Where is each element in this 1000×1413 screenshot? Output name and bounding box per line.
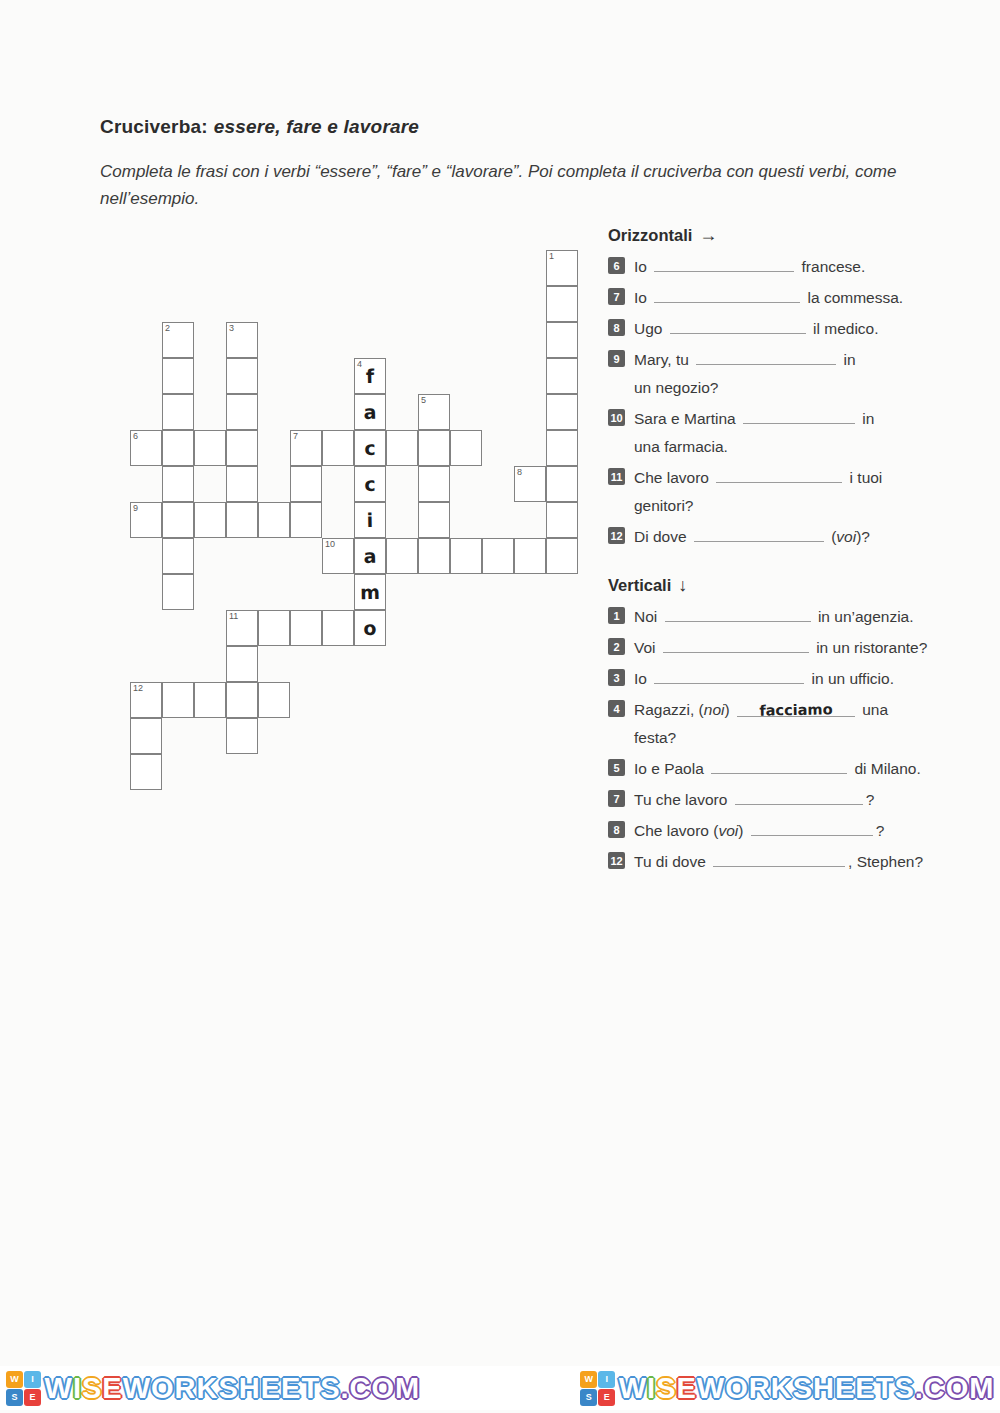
grid-cell[interactable] (450, 430, 482, 466)
grid-cell[interactable] (322, 610, 354, 646)
grid-cell[interactable] (194, 682, 226, 718)
banner-letter: W (618, 1368, 646, 1408)
clue-line-continuation: un negozio? (634, 374, 968, 402)
cell-number: 10 (325, 540, 335, 549)
grid-cell[interactable] (418, 538, 450, 574)
clue-text: festa? (634, 729, 676, 746)
clue-text: un negozio? (634, 379, 718, 396)
logo-tile: E (24, 1389, 41, 1406)
grid-cell[interactable] (162, 502, 194, 538)
clue-blank[interactable] (663, 639, 809, 653)
grid-cell[interactable] (162, 394, 194, 430)
grid-cell[interactable] (386, 430, 418, 466)
grid-cell[interactable] (162, 430, 194, 466)
clue-lines: Ugo il medico. (634, 315, 968, 343)
grid-cell-given: c (354, 466, 386, 502)
clue-row: 11Che lavoro i tuoigenitori? (608, 464, 968, 520)
clue-text: la commessa. (803, 289, 903, 306)
across-header-label: Orizzontali (608, 226, 692, 245)
clue-lines: Ragazzi, (noi) facciamo unafesta? (634, 696, 968, 752)
clue-number-badge: 10 (608, 409, 625, 426)
grid-cell-given: i (354, 502, 386, 538)
clue-lines: Io la commessa. (634, 284, 968, 312)
clue-text: Tu che lavoro (634, 791, 732, 808)
grid-cell[interactable] (226, 358, 258, 394)
cell-letter: c (355, 431, 386, 466)
grid-cell[interactable]: 10 (322, 538, 354, 574)
banner-letter: O (371, 1368, 395, 1408)
banner-letter: E (260, 1368, 280, 1408)
instructions: Completa le frasi con i verbi “essere”, … (100, 158, 952, 212)
grid-cell-given: a (354, 538, 386, 574)
clue-blank[interactable] (743, 410, 855, 424)
clue-number-badge: 7 (608, 790, 625, 807)
clue-line-continuation: genitori? (634, 492, 968, 520)
clue-row: 6Io francese. (608, 253, 968, 281)
grid-cell[interactable] (226, 646, 258, 682)
clue-text: in (858, 410, 874, 427)
grid-cell[interactable] (290, 466, 322, 502)
clue-blank[interactable] (716, 469, 842, 483)
clue-blank[interactable] (751, 822, 873, 836)
clue-row: 4Ragazzi, (noi) facciamo unafesta? (608, 696, 968, 752)
clue-text: Noi (634, 608, 662, 625)
banner-letter: O (725, 1368, 749, 1408)
banner-letter: E (102, 1368, 122, 1408)
grid-cell-given: c (354, 430, 386, 466)
cell-number: 6 (133, 432, 138, 441)
page-title: Cruciverba:essere, fare e lavorare (100, 116, 419, 138)
banner-letter: O (151, 1368, 175, 1408)
banner-letter: S (320, 1368, 340, 1408)
clue-line: Voi in un ristorante? (634, 634, 968, 662)
clue-lines: Mary, tu inun negozio? (634, 346, 968, 402)
clue-text: voi (836, 528, 856, 545)
clue-row: 9Mary, tu inun negozio? (608, 346, 968, 402)
cell-letter: m (355, 575, 386, 610)
clue-lines: Che lavoro i tuoigenitori? (634, 464, 968, 520)
clue-text: Di dove (634, 528, 691, 545)
clue-number-badge: 12 (608, 852, 625, 869)
banner-letter: I (647, 1368, 656, 1408)
clue-number-badge: 3 (608, 669, 625, 686)
wiseworksheets-banner: WISEWISEWORKSHEETS.COM (580, 1368, 994, 1408)
clue-number-badge: 11 (608, 468, 625, 485)
banner-letter: K (196, 1368, 218, 1408)
clue-line: Io in un ufficio. (634, 665, 968, 693)
logo-tile: I (598, 1371, 615, 1388)
clue-lines: Tu che lavoro ? (634, 786, 968, 814)
clue-line: Tu di dove , Stephen? (634, 848, 968, 876)
clue-line: Io francese. (634, 253, 968, 281)
grid-cell[interactable] (130, 754, 162, 790)
clue-lines: Io in un ufficio. (634, 665, 968, 693)
clue-text: ( (827, 528, 836, 545)
cell-letter: a (355, 395, 386, 430)
clue-row: 3Io in un ufficio. (608, 665, 968, 693)
grid-cell[interactable] (418, 502, 450, 538)
clue-text: ) (724, 701, 733, 718)
clue-text: Sara e Martina (634, 410, 740, 427)
clue-text: Io e Paola (634, 760, 708, 777)
banner-letter: R (174, 1368, 196, 1408)
clue-row: 8Che lavoro (voi) ? (608, 817, 968, 845)
grid-cell[interactable]: 9 (130, 502, 162, 538)
grid-cell[interactable] (226, 466, 258, 502)
banner-letter: M (969, 1368, 994, 1408)
grid-cell[interactable] (130, 718, 162, 754)
clue-text: in un ufficio. (807, 670, 894, 687)
grid-cell[interactable] (194, 430, 226, 466)
banner-letter: R (748, 1368, 770, 1408)
clue-lines: Tu di dove , Stephen? (634, 848, 968, 876)
clue-text: in un ristorante? (812, 639, 927, 656)
clue-line-continuation: festa? (634, 724, 968, 752)
banner-letter: C (923, 1368, 945, 1408)
clue-text: )? (856, 528, 870, 545)
clue-blank[interactable] (670, 320, 806, 334)
clue-text: i tuoi (845, 469, 882, 486)
clue-row: 12Tu di dove , Stephen? (608, 848, 968, 876)
banner-letter: S (81, 1368, 101, 1408)
banner-letter: K (770, 1368, 792, 1408)
banner-letter: S (792, 1368, 812, 1408)
clue-text: Che lavoro (634, 469, 713, 486)
grid-cell[interactable]: 5 (418, 394, 450, 430)
clue-row: 5Io e Paola di Milano. (608, 755, 968, 783)
cell-number: 12 (133, 684, 143, 693)
grid-cell[interactable] (482, 538, 514, 574)
clue-line: Io la commessa. (634, 284, 968, 312)
clue-line: Ugo il medico. (634, 315, 968, 343)
banner-letter: H (238, 1368, 260, 1408)
logo-tile: S (580, 1389, 597, 1406)
grid-cell[interactable] (450, 538, 482, 574)
clue-text: di Milano. (850, 760, 921, 777)
down-header: Verticali ↓ (608, 575, 968, 596)
clue-text: , Stephen? (848, 853, 923, 870)
grid-cell[interactable] (226, 502, 258, 538)
clue-lines: Io francese. (634, 253, 968, 281)
wise-logo: WISE (6, 1371, 41, 1406)
grid-cell[interactable] (514, 538, 546, 574)
clues-panel: Orizzontali → 6Io francese.7Io la commes… (608, 225, 968, 879)
down-clue-list: 1Noi in un’agenzia.2Voi in un ristorante… (608, 603, 968, 876)
grid-cell[interactable] (162, 358, 194, 394)
clue-text: il medico. (809, 320, 879, 337)
cell-number: 3 (229, 324, 234, 333)
grid-cell[interactable]: 1 (546, 250, 578, 286)
clue-text: in un’agenzia. (814, 608, 914, 625)
grid-cell[interactable]: 12 (130, 682, 162, 718)
grid-cell[interactable] (546, 502, 578, 538)
grid-cell[interactable] (546, 286, 578, 322)
banner-letter: E (676, 1368, 696, 1408)
grid-cell[interactable] (162, 682, 194, 718)
clue-number-badge: 12 (608, 527, 625, 544)
clue-line: Io e Paola di Milano. (634, 755, 968, 783)
clue-lines: Di dove (voi)? (634, 523, 968, 551)
clue-number-badge: 1 (608, 607, 625, 624)
clue-number-badge: 8 (608, 821, 625, 838)
wise-logo: WISE (580, 1371, 615, 1406)
cell-letter: c (355, 467, 386, 502)
footer-banner: WISEWISEWORKSHEETS.COMWISEWISEWORKSHEETS… (0, 1366, 1000, 1410)
clue-line: Di dove (voi)? (634, 523, 968, 551)
clue-blank[interactable] (713, 853, 845, 867)
clue-blank[interactable] (735, 791, 863, 805)
clue-text: noi (704, 701, 725, 718)
cell-letter: f (355, 359, 386, 394)
clue-text: Io (634, 670, 651, 687)
banner-letter: W (696, 1368, 724, 1408)
banner-letter: . (914, 1368, 923, 1408)
grid-cell[interactable] (546, 466, 578, 502)
clue-text: francese. (797, 258, 865, 275)
clue-number-badge: 6 (608, 257, 625, 274)
clue-lines: Che lavoro (voi) ? (634, 817, 968, 845)
banner-letter: S (218, 1368, 238, 1408)
clue-blank[interactable] (694, 528, 824, 542)
grid-cell[interactable] (258, 682, 290, 718)
cell-number: 5 (421, 396, 426, 405)
clue-row: 10Sara e Martina inuna farmacia. (608, 405, 968, 461)
clue-lines: Voi in un ristorante? (634, 634, 968, 662)
clue-lines: Noi in un’agenzia. (634, 603, 968, 631)
clue-line: Che lavoro i tuoi (634, 464, 968, 492)
grid-cell[interactable] (258, 502, 290, 538)
banner-letter: E (281, 1368, 301, 1408)
clue-blank[interactable] (654, 258, 794, 272)
grid-cell[interactable] (386, 538, 418, 574)
clue-blank[interactable] (696, 351, 836, 365)
banner-letter: M (395, 1368, 420, 1408)
clue-text: ? (876, 822, 885, 839)
banner-letter: . (340, 1368, 349, 1408)
banner-letter: H (813, 1368, 835, 1408)
across-clue-list: 6Io francese.7Io la commessa.8Ugo il med… (608, 253, 968, 551)
cell-number: 11 (229, 612, 238, 621)
clue-text: in (839, 351, 855, 368)
banner-letter: E (855, 1368, 875, 1408)
clue-text: Mary, tu (634, 351, 693, 368)
clue-blank[interactable] (711, 760, 847, 774)
cell-number: 8 (517, 468, 522, 477)
cell-letter: i (355, 503, 386, 538)
clue-number-badge: 7 (608, 288, 625, 305)
clue-number-badge: 9 (608, 350, 625, 367)
grid-cell[interactable] (546, 538, 578, 574)
clue-text: una farmacia. (634, 438, 728, 455)
clue-row: 7Io la commessa. (608, 284, 968, 312)
clue-number-badge: 5 (608, 759, 625, 776)
banner-letter: T (301, 1368, 320, 1408)
grid-cell[interactable] (194, 502, 226, 538)
clue-blank[interactable] (665, 608, 811, 622)
grid-cell[interactable] (418, 466, 450, 502)
clue-row: 7Tu che lavoro ? (608, 786, 968, 814)
grid-cell[interactable] (162, 574, 194, 610)
clue-blank[interactable] (654, 670, 804, 684)
cell-number: 1 (549, 252, 554, 261)
banner-wordmark: WISEWORKSHEETS.COM (44, 1368, 420, 1408)
worksheet-page: Cruciverba:essere, fare e lavorare Compl… (0, 0, 1000, 1413)
cell-letter: a (355, 539, 386, 574)
clue-text: Ugo (634, 320, 667, 337)
cell-number: 9 (133, 504, 138, 513)
grid-cell[interactable] (418, 430, 450, 466)
grid-cell[interactable] (546, 394, 578, 430)
logo-tile: W (6, 1371, 23, 1388)
grid-cell-given: a (354, 394, 386, 430)
clue-text: una (858, 701, 888, 718)
title-verbs: essere, fare e lavorare (214, 116, 419, 137)
clue-number-badge: 8 (608, 319, 625, 336)
clue-lines: Io e Paola di Milano. (634, 755, 968, 783)
clue-text: Che lavoro ( (634, 822, 718, 839)
clue-number-badge: 2 (608, 638, 625, 655)
banner-wordmark: WISEWORKSHEETS.COM (618, 1368, 994, 1408)
clue-line: Noi in un’agenzia. (634, 603, 968, 631)
grid-cell[interactable] (226, 430, 258, 466)
clue-number-badge: 4 (608, 700, 625, 717)
grid-cell[interactable]: 8 (514, 466, 546, 502)
clue-row: 2Voi in un ristorante? (608, 634, 968, 662)
cell-letter: o (355, 611, 386, 646)
down-clues: Verticali ↓ 1Noi in un’agenzia.2Voi in u… (608, 575, 968, 876)
clue-row: 1Noi in un’agenzia. (608, 603, 968, 631)
clue-text: ) (738, 822, 747, 839)
handwritten-answer: facciamo (737, 702, 855, 719)
grid-cell[interactable] (290, 610, 322, 646)
clue-text: genitori? (634, 497, 693, 514)
across-clues: Orizzontali → 6Io francese.7Io la commes… (608, 225, 968, 551)
clue-line: Sara e Martina in (634, 405, 968, 433)
grid-cell[interactable]: 7 (290, 430, 322, 466)
grid-cell[interactable]: 2 (162, 322, 194, 358)
down-arrow-icon: ↓ (678, 575, 687, 596)
grid-cell[interactable] (290, 502, 322, 538)
grid-cell[interactable] (546, 322, 578, 358)
banner-letter: S (894, 1368, 914, 1408)
across-header: Orizzontali → (608, 225, 968, 246)
title-main: Cruciverba: (100, 116, 208, 137)
clue-text: voi (718, 822, 738, 839)
grid-cell[interactable] (258, 610, 290, 646)
grid-cell[interactable] (226, 394, 258, 430)
clue-line-continuation: una farmacia. (634, 433, 968, 461)
logo-tile: W (580, 1371, 597, 1388)
banner-letter: O (945, 1368, 969, 1408)
banner-letter: S (656, 1368, 676, 1408)
banner-letter: C (349, 1368, 371, 1408)
clue-text: Voi (634, 639, 660, 656)
clue-text: Tu di dove (634, 853, 710, 870)
clue-line: Ragazzi, (noi) facciamo una (634, 696, 968, 724)
cell-number: 7 (293, 432, 298, 441)
clue-blank[interactable] (654, 289, 800, 303)
clue-text: Io (634, 289, 651, 306)
clue-row: 12Di dove (voi)? (608, 523, 968, 551)
clue-text: ? (866, 791, 875, 808)
grid-cell[interactable] (322, 430, 354, 466)
grid-cell[interactable] (226, 718, 258, 754)
banner-letter: W (122, 1368, 150, 1408)
clue-line: Mary, tu in (634, 346, 968, 374)
grid-cell[interactable] (226, 682, 258, 718)
down-header-label: Verticali (608, 576, 671, 595)
banner-letter: T (875, 1368, 894, 1408)
grid-cell-given: 4f (354, 358, 386, 394)
clue-line: Tu che lavoro ? (634, 786, 968, 814)
grid-cell-given: o (354, 610, 386, 646)
banner-letter: E (835, 1368, 855, 1408)
clue-text: Ragazzi, ( (634, 701, 704, 718)
grid-cell[interactable] (162, 538, 194, 574)
crossword-grid: 1234fa567cc89i10am11o12 (130, 250, 578, 790)
logo-tile: I (24, 1371, 41, 1388)
logo-tile: S (6, 1389, 23, 1406)
grid-cell[interactable]: 6 (130, 430, 162, 466)
banner-letter: I (72, 1368, 81, 1408)
right-arrow-icon: → (699, 225, 717, 246)
banner-letter: W (44, 1368, 72, 1408)
clue-blank[interactable]: facciamo (737, 703, 855, 717)
grid-cell-given: m (354, 574, 386, 610)
grid-cell[interactable] (162, 466, 194, 502)
grid-cell[interactable] (546, 430, 578, 466)
grid-cell[interactable] (546, 358, 578, 394)
grid-cell[interactable]: 3 (226, 322, 258, 358)
clue-line: Che lavoro (voi) ? (634, 817, 968, 845)
wiseworksheets-banner: WISEWISEWORKSHEETS.COM (6, 1368, 420, 1408)
logo-tile: E (598, 1389, 615, 1406)
clue-row: 8Ugo il medico. (608, 315, 968, 343)
grid-cell[interactable]: 11 (226, 610, 258, 646)
cell-number: 2 (165, 324, 170, 333)
clue-lines: Sara e Martina inuna farmacia. (634, 405, 968, 461)
clue-text: Io (634, 258, 651, 275)
